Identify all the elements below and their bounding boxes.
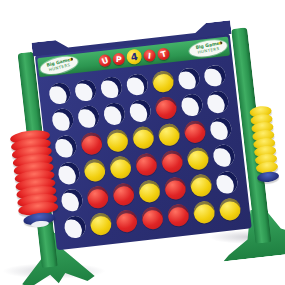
empty-hole: [48, 81, 71, 105]
red-disc: [166, 203, 189, 227]
yellow-disc: [218, 197, 241, 221]
cell-r1c4[interactable]: [122, 70, 151, 100]
yellow-disc: [192, 200, 215, 224]
cell-r3c6[interactable]: [180, 117, 209, 147]
cell-r6c6[interactable]: [189, 197, 218, 227]
empty-hole: [215, 170, 238, 194]
yellow-disc: [89, 212, 112, 236]
empty-hole: [57, 161, 80, 185]
cell-r3c1[interactable]: [51, 132, 80, 162]
board-grid: [45, 61, 244, 242]
empty-hole: [125, 73, 148, 97]
cell-r4c2[interactable]: [80, 156, 109, 186]
yellow-disc: [137, 179, 160, 203]
connect-four-unit: Big Game HUNTERS UP4IT Big Game HUNTERS: [0, 0, 285, 285]
title-letter-U: U: [97, 52, 112, 67]
game-title-up-4-it: UP4IT: [98, 45, 170, 68]
empty-hole: [76, 105, 99, 129]
empty-hole: [99, 76, 122, 100]
empty-hole: [102, 102, 125, 126]
empty-hole: [63, 215, 86, 239]
yellow-disc: [105, 129, 128, 153]
red-disc: [160, 150, 183, 174]
cell-r6c5[interactable]: [163, 200, 192, 230]
cell-r2c3[interactable]: [100, 99, 129, 129]
empty-hole: [177, 67, 200, 91]
cell-r4c6[interactable]: [183, 144, 212, 174]
cell-r6c1[interactable]: [60, 212, 89, 242]
cell-r3c4[interactable]: [128, 123, 157, 153]
cell-r2c2[interactable]: [74, 102, 103, 132]
cell-r1c1[interactable]: [45, 79, 74, 109]
cell-r1c3[interactable]: [97, 73, 126, 103]
empty-hole: [128, 99, 151, 123]
game-board: Big Game HUNTERS UP4IT Big Game HUNTERS: [35, 33, 252, 250]
cell-r2c4[interactable]: [125, 96, 154, 126]
cell-r1c2[interactable]: [71, 76, 100, 106]
title-letter-I: I: [142, 49, 155, 62]
yellow-disc: [83, 158, 106, 182]
yellow-disc: [189, 173, 212, 197]
empty-hole: [203, 64, 226, 88]
cell-r5c7[interactable]: [212, 168, 241, 198]
red-disc: [114, 209, 137, 233]
empty-hole: [212, 144, 235, 168]
title-letter-T: T: [156, 46, 171, 61]
yellow-disc: [151, 70, 174, 94]
cell-r1c6[interactable]: [174, 64, 203, 94]
cell-r4c3[interactable]: [106, 153, 135, 183]
cell-r6c2[interactable]: [86, 209, 115, 239]
empty-hole: [60, 188, 83, 212]
cell-r2c1[interactable]: [48, 105, 77, 135]
cell-r3c7[interactable]: [206, 114, 235, 144]
cell-r3c5[interactable]: [154, 120, 183, 150]
cell-r4c7[interactable]: [209, 141, 238, 171]
empty-hole: [209, 117, 232, 141]
empty-hole: [51, 108, 74, 132]
empty-hole: [54, 135, 77, 159]
cell-r1c7[interactable]: [200, 61, 229, 91]
red-disc: [86, 185, 109, 209]
bee-icon: [69, 57, 74, 61]
cell-r4c4[interactable]: [131, 150, 160, 180]
cell-r1c5[interactable]: [148, 67, 177, 97]
red-disc: [163, 176, 186, 200]
red-disc: [183, 120, 206, 144]
red-disc: [111, 182, 134, 206]
yellow-disc: [108, 155, 131, 179]
cell-r2c7[interactable]: [203, 88, 232, 118]
cell-r3c2[interactable]: [77, 129, 106, 159]
empty-hole: [180, 93, 203, 117]
cell-r5c5[interactable]: [160, 173, 189, 203]
red-disc: [154, 96, 177, 120]
red-disc: [134, 153, 157, 177]
cell-r4c1[interactable]: [54, 159, 83, 189]
cell-r5c4[interactable]: [135, 176, 164, 206]
cell-r2c6[interactable]: [177, 91, 206, 121]
cell-r3c3[interactable]: [103, 126, 132, 156]
red-disc: [140, 206, 163, 230]
title-letter-P: P: [112, 52, 125, 65]
empty-hole: [206, 90, 229, 114]
cell-r5c1[interactable]: [57, 185, 86, 215]
cell-r6c3[interactable]: [112, 206, 141, 236]
bee-icon: [218, 41, 222, 45]
brand-logo-left: Big Game HUNTERS: [39, 54, 79, 77]
brand-logo-right: Big Game HUNTERS: [188, 38, 228, 60]
product-photo: Big Game HUNTERS UP4IT Big Game HUNTERS: [0, 0, 285, 285]
empty-hole: [73, 78, 96, 102]
cell-r5c2[interactable]: [83, 182, 112, 212]
cell-r5c3[interactable]: [109, 179, 138, 209]
cell-r5c6[interactable]: [186, 171, 215, 201]
yellow-disc: [131, 126, 154, 150]
yellow-disc: [157, 123, 180, 147]
cell-r4c5[interactable]: [157, 147, 186, 177]
title-letter-4: 4: [125, 48, 143, 66]
cell-r6c7[interactable]: [215, 194, 244, 224]
cell-r2c5[interactable]: [151, 94, 180, 124]
red-disc: [80, 132, 103, 156]
cell-r6c4[interactable]: [138, 203, 167, 233]
yellow-disc: [186, 147, 209, 171]
